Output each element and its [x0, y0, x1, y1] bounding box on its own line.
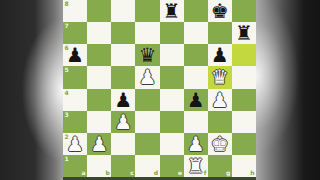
square-d1[interactable]: d	[135, 155, 159, 177]
rank-label-3: 3	[65, 112, 69, 118]
rank-label-4: 4	[65, 90, 69, 96]
piece-white-pawn[interactable]: ♟	[208, 89, 232, 111]
square-h1[interactable]: h	[232, 155, 256, 177]
video-frame: 8♜♚7♜6♟♛♟5♟♛4♟♟♟3♟2♟♟♟♚1abcdef♜gh	[0, 0, 320, 180]
square-c3[interactable]: ♟	[111, 111, 135, 133]
square-f2[interactable]: ♟	[184, 133, 208, 155]
square-e5[interactable]	[160, 66, 184, 88]
square-f4[interactable]: ♟	[184, 89, 208, 111]
file-label-e: e	[178, 170, 182, 176]
square-b3[interactable]	[87, 111, 111, 133]
square-c2[interactable]	[111, 133, 135, 155]
square-d2[interactable]	[135, 133, 159, 155]
square-e2[interactable]	[160, 133, 184, 155]
square-c5[interactable]	[111, 66, 135, 88]
rank-label-5: 5	[65, 67, 69, 73]
square-a7[interactable]: 7	[63, 22, 87, 44]
square-d4[interactable]	[135, 89, 159, 111]
square-a2[interactable]: 2♟	[63, 133, 87, 155]
file-label-b: b	[105, 170, 109, 176]
square-b6[interactable]	[87, 44, 111, 66]
piece-black-rook[interactable]: ♜	[232, 22, 256, 44]
piece-black-pawn[interactable]: ♟	[208, 44, 232, 66]
rank-label-2: 2	[65, 134, 69, 140]
square-d5[interactable]: ♟	[135, 66, 159, 88]
piece-white-pawn[interactable]: ♟	[184, 133, 208, 155]
square-b1[interactable]: b	[87, 155, 111, 177]
square-e3[interactable]	[160, 111, 184, 133]
square-c1[interactable]: c	[111, 155, 135, 177]
piece-white-pawn[interactable]: ♟	[135, 66, 159, 88]
piece-white-queen[interactable]: ♛	[208, 66, 232, 88]
square-b4[interactable]	[87, 89, 111, 111]
piece-black-rook[interactable]: ♜	[160, 0, 184, 22]
piece-white-pawn[interactable]: ♟	[111, 111, 135, 133]
file-label-g: g	[226, 170, 230, 176]
rank-label-1: 1	[65, 156, 69, 162]
piece-black-queen[interactable]: ♛	[135, 44, 159, 66]
square-h8[interactable]	[232, 0, 256, 22]
letterbox-right	[256, 0, 320, 180]
square-h6[interactable]	[232, 44, 256, 66]
square-c8[interactable]	[111, 0, 135, 22]
square-g6[interactable]: ♟	[208, 44, 232, 66]
file-label-d: d	[154, 170, 158, 176]
file-label-a: a	[82, 170, 86, 176]
square-b7[interactable]	[87, 22, 111, 44]
square-g1[interactable]: g	[208, 155, 232, 177]
square-b2[interactable]: ♟	[87, 133, 111, 155]
file-label-f: f	[204, 170, 207, 176]
square-f7[interactable]	[184, 22, 208, 44]
rank-label-6: 6	[65, 45, 69, 51]
square-g7[interactable]	[208, 22, 232, 44]
square-f8[interactable]	[184, 0, 208, 22]
square-h5[interactable]	[232, 66, 256, 88]
piece-black-king[interactable]: ♚	[208, 0, 232, 22]
letterbox-left	[0, 0, 63, 180]
square-d3[interactable]	[135, 111, 159, 133]
piece-white-pawn[interactable]: ♟	[87, 133, 111, 155]
square-e4[interactable]	[160, 89, 184, 111]
piece-black-pawn[interactable]: ♟	[63, 44, 87, 66]
square-d7[interactable]	[135, 22, 159, 44]
square-f5[interactable]	[184, 66, 208, 88]
square-g5[interactable]: ♛	[208, 66, 232, 88]
square-a6[interactable]: 6♟	[63, 44, 87, 66]
square-g2[interactable]: ♚	[208, 133, 232, 155]
square-h7[interactable]: ♜	[232, 22, 256, 44]
piece-black-pawn[interactable]: ♟	[111, 89, 135, 111]
square-h3[interactable]	[232, 111, 256, 133]
square-b8[interactable]	[87, 0, 111, 22]
square-e7[interactable]	[160, 22, 184, 44]
rank-label-8: 8	[65, 1, 69, 7]
square-a4[interactable]: 4	[63, 89, 87, 111]
piece-white-rook[interactable]: ♜	[184, 155, 208, 177]
square-h4[interactable]	[232, 89, 256, 111]
piece-white-king[interactable]: ♚	[208, 133, 232, 155]
piece-black-pawn[interactable]: ♟	[184, 89, 208, 111]
square-g3[interactable]	[208, 111, 232, 133]
file-label-c: c	[130, 170, 134, 176]
square-d6[interactable]: ♛	[135, 44, 159, 66]
chess-board: 8♜♚7♜6♟♛♟5♟♛4♟♟♟3♟2♟♟♟♚1abcdef♜gh	[63, 0, 256, 177]
square-e6[interactable]	[160, 44, 184, 66]
square-f3[interactable]	[184, 111, 208, 133]
board-bottom-edge	[63, 177, 256, 180]
square-g8[interactable]: ♚	[208, 0, 232, 22]
square-e8[interactable]: ♜	[160, 0, 184, 22]
square-b5[interactable]	[87, 66, 111, 88]
square-a8[interactable]: 8	[63, 0, 87, 22]
square-f6[interactable]	[184, 44, 208, 66]
square-c7[interactable]	[111, 22, 135, 44]
square-c6[interactable]	[111, 44, 135, 66]
square-e1[interactable]: e	[160, 155, 184, 177]
square-a1[interactable]: 1a	[63, 155, 87, 177]
square-f1[interactable]: f♜	[184, 155, 208, 177]
rank-label-7: 7	[65, 23, 69, 29]
square-c4[interactable]: ♟	[111, 89, 135, 111]
square-a3[interactable]: 3	[63, 111, 87, 133]
file-label-h: h	[250, 170, 254, 176]
square-a5[interactable]: 5	[63, 66, 87, 88]
square-d8[interactable]	[135, 0, 159, 22]
square-g4[interactable]: ♟	[208, 89, 232, 111]
piece-white-pawn[interactable]: ♟	[63, 133, 87, 155]
square-h2[interactable]	[232, 133, 256, 155]
